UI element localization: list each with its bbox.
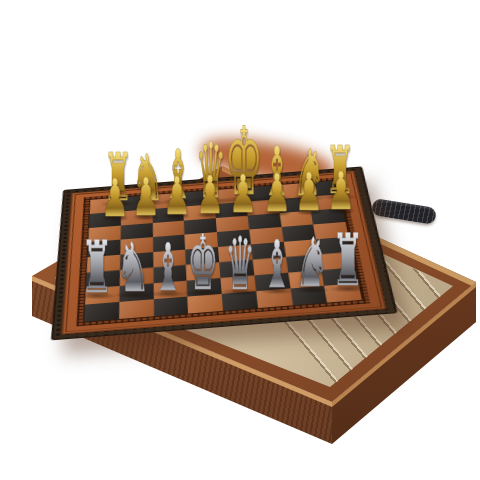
- board-square: [324, 283, 362, 302]
- board-square: [188, 294, 224, 313]
- board-plane: [51, 166, 398, 340]
- board-square: [290, 286, 327, 305]
- checkers-stack: [371, 198, 437, 225]
- board-square: [222, 292, 258, 311]
- board-square: [84, 302, 119, 322]
- board-square: [153, 297, 188, 317]
- board-square: [256, 289, 293, 308]
- board-square: [119, 300, 154, 320]
- board-squares: [83, 180, 363, 322]
- chess-board: [45, 74, 391, 420]
